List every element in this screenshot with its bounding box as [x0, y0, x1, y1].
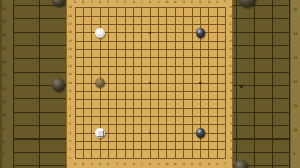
coordinate-label: 5 — [230, 123, 232, 126]
bg-row-label: 9 — [2, 127, 4, 130]
bg-row-label: 11 — [2, 100, 6, 103]
bg-row-label: 12 — [293, 80, 297, 83]
coordinate-label: N — [174, 1, 176, 4]
coordinate-label: 16 — [229, 31, 233, 34]
bg-row-label: 8 — [2, 140, 4, 143]
coordinate-label: L — [158, 1, 160, 4]
coordinate-label: L — [158, 162, 160, 165]
grid-line-h — [75, 91, 226, 92]
coordinate-label: 19 — [68, 6, 72, 9]
stone-black-ghost[interactable] — [95, 78, 105, 88]
coordinate-label: J — [141, 162, 142, 165]
coordinate-label: N — [174, 162, 176, 165]
bg-row-label: 12 — [2, 87, 6, 90]
bg-row-label: 9 — [293, 152, 295, 155]
coordinate-label: B — [82, 1, 84, 4]
coordinate-label: O — [182, 1, 184, 4]
grid-line-v — [192, 7, 193, 158]
coordinate-label: R — [208, 1, 210, 4]
go-client-window: ABCDEFGHJKLMNOPQRSTABCDEFGHJKLMNOPQRST19… — [0, 0, 300, 168]
grid-line-h — [75, 99, 226, 100]
coordinate-label: M — [166, 162, 169, 165]
coordinate-label: 8 — [69, 98, 71, 101]
grid-line-h — [75, 116, 226, 117]
coordinate-label: O — [182, 162, 184, 165]
coordinate-label: F — [116, 162, 118, 165]
coordinate-label: G — [124, 162, 126, 165]
grid-line-h — [75, 149, 226, 150]
coordinate-label: 14 — [68, 48, 72, 51]
bg-row-label: 14 — [293, 32, 297, 35]
coordinate-label: 7 — [230, 106, 232, 109]
goban[interactable]: ABCDEFGHJKLMNOPQRSTABCDEFGHJKLMNOPQRST19… — [66, 0, 233, 168]
star-point — [199, 82, 201, 84]
bg-row-label: 10 — [293, 128, 297, 131]
coordinate-label: 1 — [69, 156, 71, 159]
coordinate-label: K — [149, 1, 151, 4]
coordinate-label: E — [107, 162, 109, 165]
bg-stone-black — [234, 160, 248, 168]
coordinate-label: B — [82, 162, 84, 165]
coordinate-label: 13 — [68, 56, 72, 59]
coordinate-label: 14 — [229, 48, 233, 51]
coordinate-label: 3 — [230, 140, 232, 143]
bg-stone-black — [52, 0, 65, 7]
grid-line-v — [166, 7, 167, 158]
grid-line-v — [225, 7, 226, 158]
coordinate-label: K — [149, 162, 151, 165]
coordinate-label: P — [191, 1, 193, 4]
grid-line-v — [208, 7, 209, 158]
bg-row-label: 13 — [293, 56, 297, 59]
bg-row-label: 7 — [2, 153, 4, 156]
bg-row-label: 16 — [2, 33, 6, 36]
coordinate-label: D — [99, 162, 101, 165]
coordinate-label: 11 — [229, 73, 233, 76]
bg-row-label: 18 — [2, 7, 6, 10]
coordinate-label: S — [216, 162, 218, 165]
coordinate-label: 17 — [68, 23, 72, 26]
coordinate-label: 15 — [68, 39, 72, 42]
coordinate-label: 4 — [230, 131, 232, 134]
grid-line-v — [175, 7, 176, 158]
coordinate-label: 9 — [230, 89, 232, 92]
bg-row-label: 15 — [2, 47, 6, 50]
coordinate-label: H — [132, 162, 134, 165]
background-right-coordinate-gutter — [291, 0, 300, 168]
coordinate-label: 18 — [68, 14, 72, 17]
coordinate-label: 15 — [229, 39, 233, 42]
coordinate-label: 3 — [69, 140, 71, 143]
coordinate-label: R — [208, 162, 210, 165]
grid-line-v — [217, 7, 218, 158]
last-move-square-marker — [97, 130, 104, 137]
coordinate-label: 17 — [229, 23, 233, 26]
stone-white[interactable] — [95, 128, 105, 138]
coordinate-label: Q — [199, 162, 201, 165]
coordinate-label: 12 — [229, 64, 233, 67]
grid-line-v — [183, 7, 184, 158]
coordinate-label: 13 — [229, 56, 233, 59]
coordinate-label: 6 — [69, 114, 71, 117]
coordinate-label: T — [225, 1, 227, 4]
bg-stone-black — [52, 78, 66, 92]
grid-line-h — [75, 124, 226, 125]
coordinate-label: C — [91, 162, 93, 165]
bg-row-label: 10 — [2, 113, 6, 116]
coordinate-label: H — [132, 1, 134, 4]
coordinate-label: S — [216, 1, 218, 4]
coordinate-label: 8 — [230, 98, 232, 101]
coordinate-label: M — [166, 1, 169, 4]
coordinate-label: 19 — [229, 6, 233, 9]
bg-row-label: 13 — [2, 73, 6, 76]
grid-line-h — [75, 158, 226, 159]
stone-black[interactable] — [196, 28, 206, 38]
coordinate-label: 12 — [68, 64, 72, 67]
coordinate-label: 4 — [69, 131, 71, 134]
grid-line-h — [75, 108, 226, 109]
coordinate-label: 9 — [69, 89, 71, 92]
coordinate-label: 18 — [229, 14, 233, 17]
coordinate-label: 7 — [69, 106, 71, 109]
coordinate-label: F — [116, 1, 118, 4]
coordinate-label: 2 — [69, 148, 71, 151]
coordinate-label: 5 — [69, 123, 71, 126]
coordinate-label: Q — [199, 1, 201, 4]
stone-black[interactable] — [196, 128, 206, 138]
bg-row-label: 17 — [2, 20, 6, 23]
grid-line-h — [75, 141, 226, 142]
coordinate-label: J — [141, 1, 142, 4]
coordinate-label: G — [124, 1, 126, 4]
coordinate-label: 2 — [230, 148, 232, 151]
coordinate-label: 10 — [229, 81, 233, 84]
grid-line-v — [158, 7, 159, 158]
coordinate-label: E — [107, 1, 109, 4]
coordinate-label: A — [74, 162, 76, 165]
coordinate-label: 11 — [68, 73, 72, 76]
bg-row-label: 15 — [293, 8, 297, 11]
coordinate-label: P — [191, 162, 193, 165]
bg-star-point — [240, 85, 243, 88]
coordinate-label: 6 — [230, 114, 232, 117]
bg-row-label: 11 — [293, 104, 297, 107]
coordinate-label: 10 — [68, 81, 72, 84]
coordinate-label: C — [91, 1, 93, 4]
stone-white[interactable] — [95, 28, 105, 38]
coordinate-label: 16 — [68, 31, 72, 34]
coordinate-label: T — [225, 162, 227, 165]
bg-row-label: 14 — [2, 60, 6, 63]
background-grid-lines — [236, 0, 291, 168]
coordinate-label: A — [74, 1, 76, 4]
coordinate-label: 1 — [230, 156, 232, 159]
coordinate-label: D — [99, 1, 101, 4]
